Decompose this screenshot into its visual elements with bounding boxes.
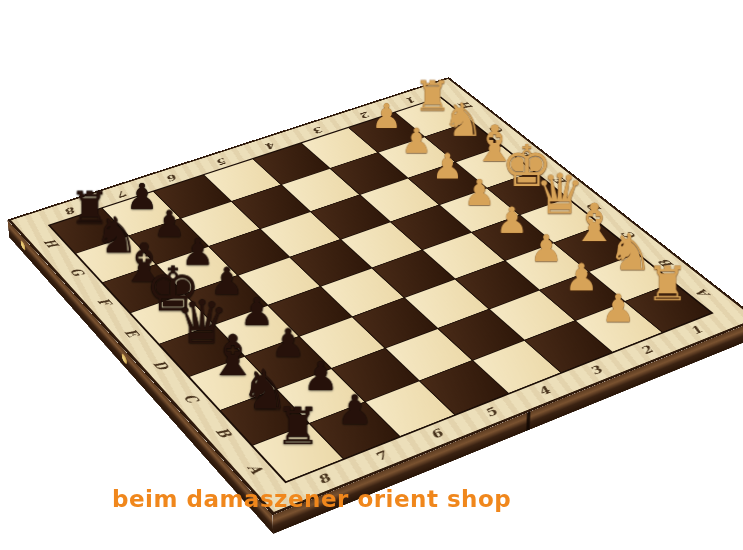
product-photo-scene: 87654321 87654321 HGFEDCBA HGFEDCBA ♜♞♝♛… (0, 0, 743, 550)
piece-light-pawn-a2[interactable]: ♟ (585, 244, 651, 327)
shop-watermark: beim damaszener orient shop (112, 486, 511, 512)
pawn-glyph: ♟ (336, 391, 372, 430)
pawn-glyph: ♟ (601, 290, 635, 326)
piece-dark-rook-a8[interactable]: ♜ (263, 363, 334, 452)
rook-glyph: ♜ (646, 262, 688, 307)
brass-clasp (121, 352, 127, 365)
rook-glyph: ♜ (275, 403, 321, 451)
brass-clasp (20, 239, 25, 251)
playing-field: ♜♞♝♛♚♝♞♜♟♟♟♟♟♟♟♟♟♟♟♟♟♟♟♟♜♞♝♛♚♝♞♜ (50, 98, 710, 481)
chess-board: 87654321 87654321 HGFEDCBA HGFEDCBA ♜♞♝♛… (7, 77, 743, 515)
